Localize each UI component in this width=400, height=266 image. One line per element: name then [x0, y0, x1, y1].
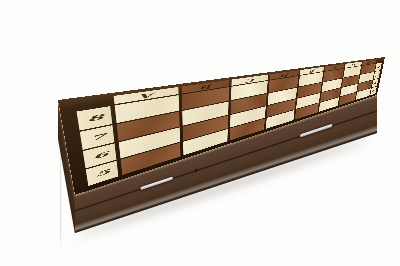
hinge-icon	[300, 123, 332, 137]
file-letter-glyph: C	[246, 77, 255, 83]
rank-number-glyph: 7	[375, 73, 378, 76]
file-letter-glyph: A	[141, 91, 156, 99]
rank-number-glyph: 5	[372, 89, 375, 92]
rank-number-glyph: 8	[377, 65, 380, 68]
rank-number-glyph: 6	[92, 151, 108, 161]
rank-number-glyph: 5	[95, 168, 111, 178]
hinge-icon	[141, 176, 173, 190]
rank-label-right-5: 5	[370, 87, 377, 96]
chess-box-photo[interactable]: ABCDEFGH87658765	[0, 0, 400, 266]
rank-number-glyph: 8	[86, 113, 103, 122]
rank-number-glyph: 7	[89, 133, 106, 143]
rank-number-glyph: 6	[374, 81, 377, 84]
file-letter-glyph: B	[201, 83, 213, 90]
